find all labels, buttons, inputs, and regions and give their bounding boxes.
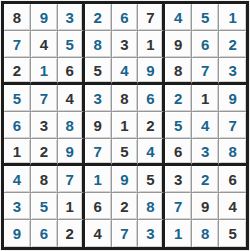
sudoku-cell-r2c4[interactable]: 8 — [85, 31, 112, 58]
sudoku-cell-r6c1[interactable]: 1 — [4, 139, 31, 166]
sudoku-cell-r6c8[interactable]: 3 — [192, 139, 219, 166]
sudoku-cell-r8c4[interactable]: 6 — [85, 193, 112, 220]
sudoku-cell-r4c7[interactable]: 2 — [165, 85, 192, 112]
sudoku-cell-r5c5[interactable]: 1 — [112, 112, 139, 139]
sudoku-cell-r4c6[interactable]: 6 — [138, 85, 165, 112]
sudoku-cell-r2c2[interactable]: 4 — [31, 31, 58, 58]
sudoku-cell-r2c7[interactable]: 9 — [165, 31, 192, 58]
sudoku-cell-r7c6[interactable]: 5 — [138, 166, 165, 193]
sudoku-cell-r3c2[interactable]: 1 — [31, 58, 58, 85]
sudoku-board: 8932674517458319622165498735743862196389… — [1, 1, 249, 250]
sudoku-cell-r9c8[interactable]: 8 — [192, 220, 219, 247]
sudoku-cell-r3c4[interactable]: 5 — [85, 58, 112, 85]
sudoku-cell-r2c5[interactable]: 3 — [112, 31, 139, 58]
sudoku-cell-r1c4[interactable]: 2 — [85, 4, 112, 31]
sudoku-cell-r4c8[interactable]: 1 — [192, 85, 219, 112]
sudoku-cell-r2c6[interactable]: 1 — [138, 31, 165, 58]
sudoku-cell-r1c2[interactable]: 9 — [31, 4, 58, 31]
sudoku-cell-r3c3[interactable]: 6 — [58, 58, 85, 85]
sudoku-cell-r7c4[interactable]: 1 — [85, 166, 112, 193]
sudoku-cell-r9c4[interactable]: 4 — [85, 220, 112, 247]
sudoku-cell-r7c9[interactable]: 6 — [219, 166, 246, 193]
sudoku-cell-r1c8[interactable]: 5 — [192, 4, 219, 31]
sudoku-cell-r6c5[interactable]: 5 — [112, 139, 139, 166]
sudoku-cell-r5c8[interactable]: 4 — [192, 112, 219, 139]
sudoku-cell-r3c5[interactable]: 4 — [112, 58, 139, 85]
sudoku-cell-r6c7[interactable]: 6 — [165, 139, 192, 166]
sudoku-cell-r1c1[interactable]: 8 — [4, 4, 31, 31]
sudoku-cell-r6c2[interactable]: 2 — [31, 139, 58, 166]
sudoku-cell-r4c4[interactable]: 3 — [85, 85, 112, 112]
sudoku-cell-r8c1[interactable]: 3 — [4, 193, 31, 220]
sudoku-cell-r4c1[interactable]: 5 — [4, 85, 31, 112]
sudoku-cell-r2c9[interactable]: 2 — [219, 31, 246, 58]
sudoku-cell-r3c7[interactable]: 8 — [165, 58, 192, 85]
sudoku-cell-r3c8[interactable]: 7 — [192, 58, 219, 85]
sudoku-cell-r6c9[interactable]: 8 — [219, 139, 246, 166]
sudoku-cell-r7c5[interactable]: 9 — [112, 166, 139, 193]
sudoku-cell-r8c8[interactable]: 9 — [192, 193, 219, 220]
sudoku-cell-r9c3[interactable]: 2 — [58, 220, 85, 247]
sudoku-cell-r8c2[interactable]: 5 — [31, 193, 58, 220]
sudoku-cell-r7c3[interactable]: 7 — [58, 166, 85, 193]
sudoku-cell-r7c2[interactable]: 8 — [31, 166, 58, 193]
sudoku-cell-r2c1[interactable]: 7 — [4, 31, 31, 58]
sudoku-cell-r9c7[interactable]: 1 — [165, 220, 192, 247]
sudoku-cell-r5c9[interactable]: 7 — [219, 112, 246, 139]
sudoku-cell-r3c6[interactable]: 9 — [138, 58, 165, 85]
sudoku-cell-r9c6[interactable]: 3 — [138, 220, 165, 247]
sudoku-cell-r8c9[interactable]: 4 — [219, 193, 246, 220]
sudoku-cell-r1c7[interactable]: 4 — [165, 4, 192, 31]
sudoku-cell-r1c3[interactable]: 3 — [58, 4, 85, 31]
sudoku-cell-r5c4[interactable]: 9 — [85, 112, 112, 139]
sudoku-cell-r9c2[interactable]: 6 — [31, 220, 58, 247]
sudoku-cell-r4c9[interactable]: 9 — [219, 85, 246, 112]
sudoku-cell-r4c3[interactable]: 4 — [58, 85, 85, 112]
sudoku-cell-r7c1[interactable]: 4 — [4, 166, 31, 193]
sudoku-cell-r8c3[interactable]: 1 — [58, 193, 85, 220]
sudoku-cell-r9c5[interactable]: 7 — [112, 220, 139, 247]
sudoku-cell-r3c9[interactable]: 3 — [219, 58, 246, 85]
sudoku-cell-r1c9[interactable]: 1 — [219, 4, 246, 31]
sudoku-cell-r2c3[interactable]: 5 — [58, 31, 85, 58]
sudoku-app: 8932674517458319622165498735743862196389… — [0, 0, 250, 251]
sudoku-cell-r8c5[interactable]: 2 — [112, 193, 139, 220]
sudoku-cell-r5c7[interactable]: 5 — [165, 112, 192, 139]
sudoku-cell-r4c5[interactable]: 8 — [112, 85, 139, 112]
sudoku-cell-r2c8[interactable]: 6 — [192, 31, 219, 58]
sudoku-cell-r5c3[interactable]: 8 — [58, 112, 85, 139]
sudoku-cell-r8c7[interactable]: 7 — [165, 193, 192, 220]
sudoku-cell-r9c1[interactable]: 9 — [4, 220, 31, 247]
sudoku-cell-r4c2[interactable]: 7 — [31, 85, 58, 112]
sudoku-cell-r6c6[interactable]: 4 — [138, 139, 165, 166]
sudoku-cell-r6c4[interactable]: 7 — [85, 139, 112, 166]
sudoku-cell-r1c5[interactable]: 6 — [112, 4, 139, 31]
sudoku-cell-r7c7[interactable]: 3 — [165, 166, 192, 193]
sudoku-cell-r7c8[interactable]: 2 — [192, 166, 219, 193]
sudoku-cell-r3c1[interactable]: 2 — [4, 58, 31, 85]
sudoku-cell-r1c6[interactable]: 7 — [138, 4, 165, 31]
sudoku-cell-r6c3[interactable]: 9 — [58, 139, 85, 166]
sudoku-cell-r9c9[interactable]: 5 — [219, 220, 246, 247]
sudoku-cell-r5c2[interactable]: 3 — [31, 112, 58, 139]
sudoku-cell-r8c6[interactable]: 8 — [138, 193, 165, 220]
sudoku-cell-r5c1[interactable]: 6 — [4, 112, 31, 139]
sudoku-cell-r5c6[interactable]: 2 — [138, 112, 165, 139]
